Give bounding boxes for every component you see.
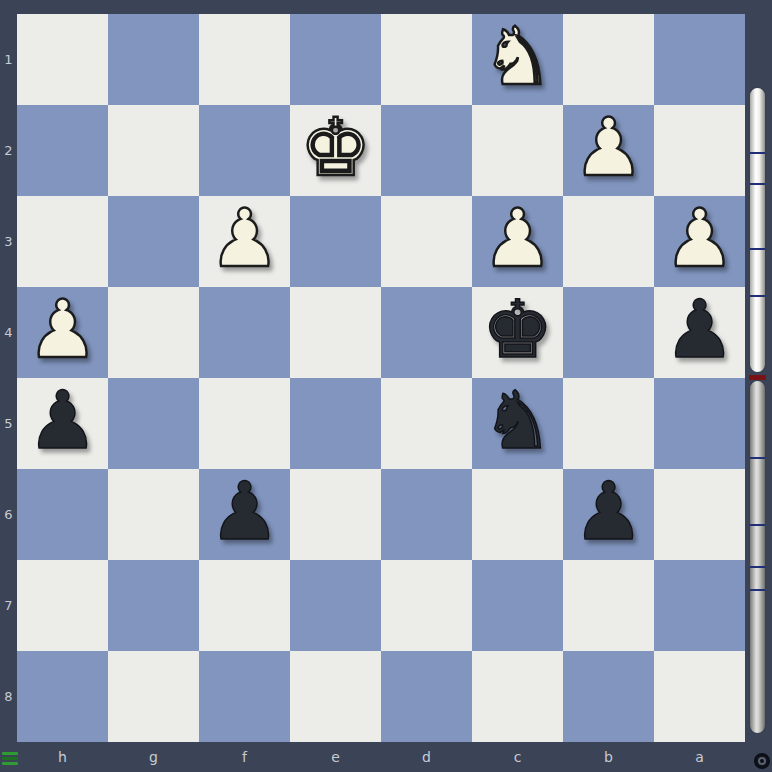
slider-tick (750, 566, 765, 568)
square-d6[interactable] (381, 469, 472, 560)
square-b8[interactable] (563, 651, 654, 742)
green-stripe (2, 762, 18, 765)
square-b5[interactable] (563, 378, 654, 469)
record-dot-icon[interactable] (754, 753, 770, 769)
square-c7[interactable] (472, 560, 563, 651)
black-knight-c5[interactable]: ♞ (472, 375, 563, 466)
square-d2[interactable] (381, 105, 472, 196)
file-label-h: h (17, 744, 108, 770)
square-a2[interactable] (654, 105, 745, 196)
square-h4[interactable]: ♟ (17, 287, 108, 378)
square-e7[interactable] (290, 560, 381, 651)
square-d4[interactable] (381, 287, 472, 378)
white-pawn-a3[interactable]: ♟ (654, 193, 745, 284)
black-pawn-a4[interactable]: ♟ (654, 284, 745, 375)
record-dot-ring (758, 757, 766, 765)
rank-label-2: 2 (0, 105, 17, 196)
square-c2[interactable] (472, 105, 563, 196)
square-a8[interactable] (654, 651, 745, 742)
square-h2[interactable] (17, 105, 108, 196)
square-c8[interactable] (472, 651, 563, 742)
board-menu-icon[interactable] (2, 752, 18, 765)
slider-tick (750, 295, 765, 297)
square-f8[interactable] (199, 651, 290, 742)
black-pawn-b6[interactable]: ♟ (563, 466, 654, 557)
square-g6[interactable] (108, 469, 199, 560)
rank-label-4: 4 (0, 287, 17, 378)
square-b1[interactable] (563, 14, 654, 105)
green-stripe (2, 757, 18, 760)
slider-tick (750, 589, 765, 591)
square-f7[interactable] (199, 560, 290, 651)
square-h5[interactable]: ♟ (17, 378, 108, 469)
square-c3[interactable]: ♟ (472, 196, 563, 287)
slider-tick (750, 183, 765, 185)
file-label-f: f (199, 744, 290, 770)
slider-white-segment[interactable] (750, 88, 765, 372)
slider-tick (750, 524, 765, 526)
file-label-d: d (381, 744, 472, 770)
square-a3[interactable]: ♟ (654, 196, 745, 287)
white-knight-c1[interactable]: ♞ (472, 11, 563, 102)
square-b3[interactable] (563, 196, 654, 287)
file-label-g: g (108, 744, 199, 770)
file-label-a: a (654, 744, 745, 770)
slider-gray-segment[interactable] (750, 381, 765, 733)
square-a5[interactable] (654, 378, 745, 469)
green-stripe (2, 752, 18, 755)
square-d3[interactable] (381, 196, 472, 287)
square-g4[interactable] (108, 287, 199, 378)
square-e4[interactable] (290, 287, 381, 378)
rank-label-1: 1 (0, 14, 17, 105)
square-b6[interactable]: ♟ (563, 469, 654, 560)
black-pawn-h5[interactable]: ♟ (17, 375, 108, 466)
square-g3[interactable] (108, 196, 199, 287)
slider-tick (750, 248, 765, 250)
square-c4[interactable]: ♚ (472, 287, 563, 378)
square-f2[interactable] (199, 105, 290, 196)
square-c6[interactable] (472, 469, 563, 560)
square-a4[interactable]: ♟ (654, 287, 745, 378)
white-pawn-c3[interactable]: ♟ (472, 193, 563, 284)
square-h1[interactable] (17, 14, 108, 105)
white-pawn-f3[interactable]: ♟ (199, 193, 290, 284)
square-f3[interactable]: ♟ (199, 196, 290, 287)
square-b2[interactable]: ♟ (563, 105, 654, 196)
black-king-c4[interactable]: ♚ (472, 284, 563, 375)
square-g5[interactable] (108, 378, 199, 469)
square-f4[interactable] (199, 287, 290, 378)
square-h3[interactable] (17, 196, 108, 287)
square-a7[interactable] (654, 560, 745, 651)
slider-tick (750, 457, 765, 459)
square-e5[interactable] (290, 378, 381, 469)
black-pawn-f6[interactable]: ♟ (199, 466, 290, 557)
file-label-e: e (290, 744, 381, 770)
square-b7[interactable] (563, 560, 654, 651)
square-g2[interactable] (108, 105, 199, 196)
square-e2[interactable]: ♚ (290, 105, 381, 196)
white-pawn-h4[interactable]: ♟ (17, 284, 108, 375)
square-e1[interactable] (290, 14, 381, 105)
chess-board[interactable]: ♞♚♟♟♟♟♟♚♟♟♞♟♟ (17, 14, 745, 742)
rank-label-3: 3 (0, 196, 17, 287)
square-h8[interactable] (17, 651, 108, 742)
rank-label-8: 8 (0, 651, 17, 742)
square-c5[interactable]: ♞ (472, 378, 563, 469)
square-f5[interactable] (199, 378, 290, 469)
file-label-c: c (472, 744, 563, 770)
square-f1[interactable] (199, 14, 290, 105)
square-a1[interactable] (654, 14, 745, 105)
square-f6[interactable]: ♟ (199, 469, 290, 560)
square-g1[interactable] (108, 14, 199, 105)
rank-label-5: 5 (0, 378, 17, 469)
square-g8[interactable] (108, 651, 199, 742)
slider-red-divider (749, 375, 766, 380)
white-king-e2[interactable]: ♚ (290, 102, 381, 193)
square-d7[interactable] (381, 560, 472, 651)
rank-label-6: 6 (0, 469, 17, 560)
file-label-b: b (563, 744, 654, 770)
square-a6[interactable] (654, 469, 745, 560)
square-h6[interactable] (17, 469, 108, 560)
square-d8[interactable] (381, 651, 472, 742)
square-h7[interactable] (17, 560, 108, 651)
square-d1[interactable] (381, 14, 472, 105)
square-b4[interactable] (563, 287, 654, 378)
square-d5[interactable] (381, 378, 472, 469)
white-pawn-b2[interactable]: ♟ (563, 102, 654, 193)
square-e8[interactable] (290, 651, 381, 742)
square-e6[interactable] (290, 469, 381, 560)
slider-tick (750, 152, 765, 154)
chess-app-window: 12345678 ♞♚♟♟♟♟♟♚♟♟♞♟♟ hgfedcba (0, 0, 772, 772)
rank-label-7: 7 (0, 560, 17, 651)
square-g7[interactable] (108, 560, 199, 651)
square-c1[interactable]: ♞ (472, 14, 563, 105)
square-e3[interactable] (290, 196, 381, 287)
